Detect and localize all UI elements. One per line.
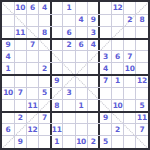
cell-r8c8[interactable] [87, 87, 99, 99]
cell-r2c5[interactable] [51, 14, 63, 26]
cell-r7c7[interactable] [75, 75, 87, 87]
cell-r10c12[interactable]: 11 [136, 112, 148, 124]
cell-r3c2[interactable]: 11 [14, 26, 26, 38]
cell-r2c3[interactable] [26, 14, 38, 26]
cell-r8c3[interactable] [26, 87, 38, 99]
cell-r11c7[interactable] [75, 124, 87, 136]
cell-r1c9[interactable] [99, 2, 111, 14]
cell-r10c7[interactable] [75, 112, 87, 124]
cell-r3c3[interactable] [26, 26, 38, 38]
cell-r3c1[interactable] [2, 26, 14, 38]
cell-r12c2[interactable]: 9 [14, 136, 26, 148]
cell-r2c1[interactable] [2, 14, 14, 26]
cell-r12c4[interactable] [39, 136, 51, 148]
cell-r3c4[interactable]: 8 [39, 26, 51, 38]
cell-r12c8[interactable]: 2 [87, 136, 99, 148]
cell-r11c9[interactable] [99, 124, 111, 136]
cell-r5c10[interactable]: 6 [112, 51, 124, 63]
cell-r6c1[interactable]: 1 [2, 63, 14, 75]
cell-r4c3[interactable]: 7 [26, 39, 38, 51]
cell-r3c6[interactable]: 6 [63, 26, 75, 38]
cell-r8c1[interactable]: 10 [2, 87, 14, 99]
cell-r5c5[interactable] [51, 51, 63, 63]
cell-r8c7[interactable] [75, 87, 87, 99]
cell-r10c8[interactable] [87, 112, 99, 124]
cell-r1c5[interactable] [51, 2, 63, 14]
cell-r1c4[interactable]: 4 [39, 2, 51, 14]
cell-r2c11[interactable]: 2 [124, 14, 136, 26]
cell-r6c3[interactable] [26, 63, 38, 75]
cell-r12c6[interactable] [63, 136, 75, 148]
cell-r2c9[interactable] [99, 14, 111, 26]
cell-r7c12[interactable]: 12 [136, 75, 148, 87]
cell-r4c7[interactable]: 6 [75, 39, 87, 51]
cell-r4c11[interactable] [124, 39, 136, 51]
cell-r1c7[interactable] [75, 2, 87, 14]
cell-r4c5[interactable] [51, 39, 63, 51]
cell-r3c5[interactable] [51, 26, 63, 38]
cell-r9c9[interactable] [99, 99, 111, 111]
cell-r12c9[interactable]: 5 [99, 136, 111, 148]
cell-r7c1[interactable] [2, 75, 14, 87]
cell-r2c7[interactable]: 4 [75, 14, 87, 26]
cell-r7c2[interactable] [14, 75, 26, 87]
cell-r6c5[interactable] [51, 63, 63, 75]
cell-r12c7[interactable]: 10 [75, 136, 87, 148]
cell-r5c11[interactable]: 7 [124, 51, 136, 63]
cell-r9c11[interactable] [124, 99, 136, 111]
cell-r11c12[interactable]: 7 [136, 124, 148, 136]
cell-r8c6[interactable]: 3 [63, 87, 75, 99]
cell-r9c12[interactable]: 5 [136, 99, 148, 111]
cell-r12c1[interactable] [2, 136, 14, 148]
cell-r1c3[interactable]: 6 [26, 2, 38, 14]
cell-r7c6[interactable] [63, 75, 75, 87]
cell-r4c1[interactable]: 9 [2, 39, 14, 51]
cell-r5c12[interactable] [136, 51, 148, 63]
cell-r11c1[interactable]: 6 [2, 124, 14, 136]
cell-r11c3[interactable]: 12 [26, 124, 38, 136]
cell-r7c4[interactable] [39, 75, 51, 87]
cell-r9c8[interactable] [87, 99, 99, 111]
cell-r2c10[interactable] [112, 14, 124, 26]
cell-r4c10[interactable] [112, 39, 124, 51]
cell-r1c12[interactable] [136, 2, 148, 14]
cell-r1c2[interactable]: 10 [14, 2, 26, 14]
cell-r5c8[interactable] [87, 51, 99, 63]
cell-r1c1[interactable] [2, 2, 14, 14]
cell-r7c9[interactable]: 7 [99, 75, 111, 87]
cell-r7c5[interactable]: 9 [51, 75, 63, 87]
cell-r10c9[interactable]: 9 [99, 112, 111, 124]
cell-r10c4[interactable]: 7 [39, 112, 51, 124]
cell-r2c8[interactable]: 9 [87, 14, 99, 26]
cell-r8c9[interactable] [99, 87, 111, 99]
cell-r5c6[interactable] [63, 51, 75, 63]
cell-r11c11[interactable] [124, 124, 136, 136]
cell-r8c4[interactable]: 5 [39, 87, 51, 99]
cell-r9c6[interactable] [63, 99, 75, 111]
cell-r8c10[interactable] [112, 87, 124, 99]
cell-r2c4[interactable] [39, 14, 51, 26]
cell-r6c8[interactable] [87, 63, 99, 75]
cell-r7c8[interactable] [87, 75, 99, 87]
sudoku-board: 1064112492811863972644367124109711210753… [0, 0, 150, 150]
cell-r9c5[interactable]: 8 [51, 99, 63, 111]
cell-r2c6[interactable] [63, 14, 75, 26]
cell-r4c8[interactable]: 4 [87, 39, 99, 51]
cell-r11c2[interactable] [14, 124, 26, 136]
cell-r1c8[interactable] [87, 2, 99, 14]
cell-r3c11[interactable] [124, 26, 136, 38]
cell-r9c3[interactable]: 11 [26, 99, 38, 111]
cell-r5c7[interactable] [75, 51, 87, 63]
cell-r3c8[interactable]: 3 [87, 26, 99, 38]
cell-r10c5[interactable] [51, 112, 63, 124]
cell-grid: 1064112492811863972644367124109711210753… [2, 2, 148, 148]
cell-r9c4[interactable] [39, 99, 51, 111]
cell-r12c10[interactable] [112, 136, 124, 148]
cell-r6c9[interactable]: 4 [99, 63, 111, 75]
cell-r6c7[interactable] [75, 63, 87, 75]
cell-r1c6[interactable]: 1 [63, 2, 75, 14]
cell-r7c11[interactable] [124, 75, 136, 87]
cell-r10c11[interactable] [124, 112, 136, 124]
cell-r10c10[interactable] [112, 112, 124, 124]
cell-r5c2[interactable] [14, 51, 26, 63]
cell-r10c6[interactable] [63, 112, 75, 124]
cell-r11c10[interactable]: 2 [112, 124, 124, 136]
cell-r6c2[interactable] [14, 63, 26, 75]
cell-r6c6[interactable] [63, 63, 75, 75]
cell-r9c2[interactable] [14, 99, 26, 111]
cell-r11c6[interactable] [63, 124, 75, 136]
cell-r9c10[interactable]: 10 [112, 99, 124, 111]
cell-r12c5[interactable]: 1 [51, 136, 63, 148]
cell-r5c4[interactable] [39, 51, 51, 63]
cell-r11c5[interactable]: 11 [51, 124, 63, 136]
cell-r12c11[interactable] [124, 136, 136, 148]
cell-r12c3[interactable] [26, 136, 38, 148]
cell-r3c9[interactable] [99, 26, 111, 38]
cell-r8c11[interactable] [124, 87, 136, 99]
cell-r11c4[interactable] [39, 124, 51, 136]
cell-r10c1[interactable] [2, 112, 14, 124]
cell-r3c12[interactable] [136, 26, 148, 38]
cell-r4c12[interactable] [136, 39, 148, 51]
cell-r6c4[interactable]: 2 [39, 63, 51, 75]
cell-r5c9[interactable]: 3 [99, 51, 111, 63]
cell-r4c4[interactable] [39, 39, 51, 51]
cell-r11c8[interactable] [87, 124, 99, 136]
cell-r1c11[interactable] [124, 2, 136, 14]
cell-r5c1[interactable]: 4 [2, 51, 14, 63]
cell-r9c7[interactable]: 1 [75, 99, 87, 111]
cell-r8c5[interactable] [51, 87, 63, 99]
cell-r10c3[interactable] [26, 112, 38, 124]
cell-r1c10[interactable]: 12 [112, 2, 124, 14]
cell-r2c12[interactable]: 8 [136, 14, 148, 26]
cell-r8c2[interactable]: 7 [14, 87, 26, 99]
cell-r7c10[interactable]: 1 [112, 75, 124, 87]
cell-r6c10[interactable] [112, 63, 124, 75]
cell-r6c11[interactable]: 10 [124, 63, 136, 75]
cell-r9c1[interactable] [2, 99, 14, 111]
cell-r7c3[interactable] [26, 75, 38, 87]
cell-r12c12[interactable] [136, 136, 148, 148]
cell-r5c3[interactable] [26, 51, 38, 63]
cell-r10c2[interactable]: 2 [14, 112, 26, 124]
cell-r6c12[interactable] [136, 63, 148, 75]
cell-r3c7[interactable] [75, 26, 87, 38]
cell-r8c12[interactable] [136, 87, 148, 99]
cell-r4c2[interactable] [14, 39, 26, 51]
cell-r3c10[interactable] [112, 26, 124, 38]
cell-r2c2[interactable] [14, 14, 26, 26]
cell-r4c9[interactable] [99, 39, 111, 51]
cell-r4c6[interactable]: 2 [63, 39, 75, 51]
